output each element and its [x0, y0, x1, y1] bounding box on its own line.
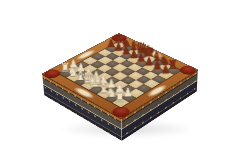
chess-piece-white-pawn: ♟	[63, 58, 85, 69]
chess-box: ♜♞♝♛♚♝♞♜♟♟♟♟♟♟♟♟♟♟♟♟♟♟♟♟♜♞♝♛♚♝♞♜	[42, 34, 198, 119]
chess-piece-red-queen: ♛	[130, 41, 152, 56]
chess-piece-white-pawn: ♟	[92, 74, 115, 86]
chess-piece-white-pawn: ♟	[77, 66, 100, 78]
chess-piece-red-pawn: ♟	[123, 49, 145, 60]
chess-piece-red-pawn: ♟	[108, 42, 129, 53]
chess-piece-red-knight: ♞	[115, 37, 136, 49]
chess-piece-red-pawn: ♟	[101, 38, 122, 49]
chess-set-product-photo: ♜♞♝♛♚♝♞♜♟♟♟♟♟♟♟♟♟♟♟♟♟♟♟♟♜♞♝♛♚♝♞♜	[0, 0, 240, 150]
